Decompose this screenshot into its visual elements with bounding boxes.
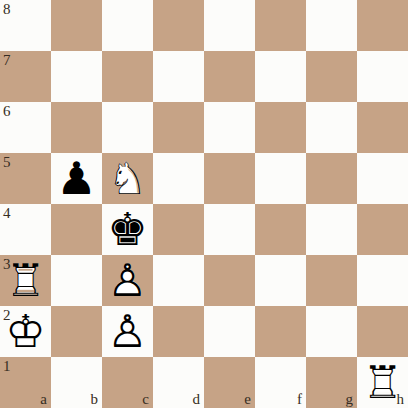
square-f2[interactable]	[255, 306, 306, 357]
square-c3[interactable]: ♟♙	[102, 255, 153, 306]
square-h2[interactable]	[357, 306, 408, 357]
file-label-a: a	[40, 392, 47, 407]
chess-board: 8765♟♞♘4♚3♜♖♟♙2♚♔♟♙1abcdefgh♜♖	[0, 0, 408, 408]
white-king: ♔	[0, 306, 51, 357]
square-h6[interactable]	[357, 102, 408, 153]
square-h4[interactable]	[357, 204, 408, 255]
square-h8[interactable]	[357, 0, 408, 51]
square-a7[interactable]: 7	[0, 51, 51, 102]
square-d3[interactable]	[153, 255, 204, 306]
square-a1[interactable]: 1a	[0, 357, 51, 408]
square-b5[interactable]: ♟	[51, 153, 102, 204]
white-rook: ♖	[357, 357, 408, 408]
rank-label-7: 7	[3, 53, 11, 68]
square-a2[interactable]: 2♚♔	[0, 306, 51, 357]
rank-label-6: 6	[3, 104, 11, 119]
square-c2[interactable]: ♟♙	[102, 306, 153, 357]
square-c4[interactable]: ♚	[102, 204, 153, 255]
square-b6[interactable]	[51, 102, 102, 153]
square-c7[interactable]	[102, 51, 153, 102]
file-label-f: f	[297, 392, 302, 407]
white-rook-fill: ♜	[357, 357, 408, 408]
square-e5[interactable]	[204, 153, 255, 204]
white-king-fill: ♚	[0, 306, 51, 357]
square-e4[interactable]	[204, 204, 255, 255]
square-g8[interactable]	[306, 0, 357, 51]
square-d5[interactable]	[153, 153, 204, 204]
file-label-h: h	[397, 392, 405, 407]
square-g4[interactable]	[306, 204, 357, 255]
square-a5[interactable]: 5	[0, 153, 51, 204]
square-d6[interactable]	[153, 102, 204, 153]
square-h3[interactable]	[357, 255, 408, 306]
square-g6[interactable]	[306, 102, 357, 153]
white-pawn-fill: ♟	[102, 306, 153, 357]
square-g2[interactable]	[306, 306, 357, 357]
square-f7[interactable]	[255, 51, 306, 102]
square-g1[interactable]: g	[306, 357, 357, 408]
square-f8[interactable]	[255, 0, 306, 51]
rank-label-1: 1	[3, 359, 11, 374]
square-g3[interactable]	[306, 255, 357, 306]
square-g7[interactable]	[306, 51, 357, 102]
square-b8[interactable]	[51, 0, 102, 51]
square-h1[interactable]: h♜♖	[357, 357, 408, 408]
square-a8[interactable]: 8	[0, 0, 51, 51]
square-b4[interactable]	[51, 204, 102, 255]
square-e3[interactable]	[204, 255, 255, 306]
square-e7[interactable]	[204, 51, 255, 102]
rank-label-2: 2	[3, 308, 11, 323]
square-f3[interactable]	[255, 255, 306, 306]
square-c6[interactable]	[102, 102, 153, 153]
rank-label-5: 5	[3, 155, 11, 170]
square-e8[interactable]	[204, 0, 255, 51]
square-f1[interactable]: f	[255, 357, 306, 408]
square-a3[interactable]: 3♜♖	[0, 255, 51, 306]
square-a6[interactable]: 6	[0, 102, 51, 153]
square-d7[interactable]	[153, 51, 204, 102]
square-d4[interactable]	[153, 204, 204, 255]
square-e6[interactable]	[204, 102, 255, 153]
square-f6[interactable]	[255, 102, 306, 153]
square-a4[interactable]: 4	[0, 204, 51, 255]
white-knight: ♘	[102, 153, 153, 204]
file-label-c: c	[142, 392, 149, 407]
square-c8[interactable]	[102, 0, 153, 51]
white-pawn: ♙	[102, 255, 153, 306]
square-e1[interactable]: e	[204, 357, 255, 408]
rank-label-8: 8	[3, 2, 11, 17]
square-b3[interactable]	[51, 255, 102, 306]
square-b1[interactable]: b	[51, 357, 102, 408]
square-f4[interactable]	[255, 204, 306, 255]
square-e2[interactable]	[204, 306, 255, 357]
square-b2[interactable]	[51, 306, 102, 357]
square-c5[interactable]: ♞♘	[102, 153, 153, 204]
square-d1[interactable]: d	[153, 357, 204, 408]
file-label-g: g	[346, 392, 354, 407]
white-rook: ♖	[0, 255, 51, 306]
white-pawn: ♙	[102, 306, 153, 357]
square-f5[interactable]	[255, 153, 306, 204]
rank-label-4: 4	[3, 206, 11, 221]
square-h5[interactable]	[357, 153, 408, 204]
rank-label-3: 3	[3, 257, 11, 272]
square-h7[interactable]	[357, 51, 408, 102]
white-pawn-fill: ♟	[102, 255, 153, 306]
white-rook-fill: ♜	[0, 255, 51, 306]
black-pawn: ♟	[51, 153, 102, 204]
file-label-d: d	[193, 392, 201, 407]
black-king: ♚	[102, 204, 153, 255]
square-g5[interactable]	[306, 153, 357, 204]
file-label-b: b	[91, 392, 99, 407]
square-b7[interactable]	[51, 51, 102, 102]
square-d2[interactable]	[153, 306, 204, 357]
square-c1[interactable]: c	[102, 357, 153, 408]
white-knight-fill: ♞	[102, 153, 153, 204]
file-label-e: e	[244, 392, 251, 407]
square-d8[interactable]	[153, 0, 204, 51]
